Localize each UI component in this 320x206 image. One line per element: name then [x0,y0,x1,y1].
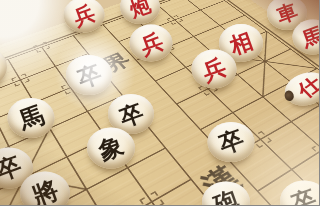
red-cannon-piece[interactable]: 炮 [120,0,160,24]
black-soldier-piece[interactable]: 卒 [280,181,319,206]
red-soldier-piece[interactable]: 兵 [64,0,105,33]
piece-character: 象 [96,133,127,164]
piece-character: 仕 [294,73,319,100]
black-general-piece[interactable]: 將 [20,172,70,206]
piece-character: 卒 [116,99,145,128]
red-horse-piece[interactable]: 馬 [293,20,320,55]
piece-character: 卒 [0,153,24,184]
black-soldier-piece[interactable]: 卒 [66,55,112,95]
piece-character: 兵 [137,29,165,57]
piece-character: 炮 [127,0,153,20]
red-advisor-piece[interactable]: 仕 [281,67,319,110]
piece-side-hole [283,90,295,103]
piece-character: 砲 [211,187,242,205]
black-partial-piece[interactable] [0,47,7,87]
piece-character: 馬 [16,103,47,134]
piece-character: 兵 [199,54,228,83]
red-soldier-piece[interactable]: 兵 [130,25,173,62]
piece-character: 將 [29,177,61,205]
xiangqi-photo-scene: 界 漢 炮兵車馬兵相兵仕卒馬卒象卒將卒砲卒 [0,0,319,205]
piece-character: 兵 [71,2,98,29]
piece-character: 馬 [300,24,319,51]
piece-character: 卒 [216,127,247,158]
piece-character: 卒 [289,186,319,205]
black-elephant-piece[interactable]: 象 [87,128,135,169]
piece-character: 相 [227,29,255,57]
pieces-layer: 炮兵車馬兵相兵仕卒馬卒象卒將卒砲卒 [0,0,319,205]
black-cannon-piece[interactable]: 砲 [202,182,250,206]
black-horse-piece[interactable]: 馬 [8,98,55,138]
piece-character: 車 [274,0,300,26]
piece-character: 卒 [74,60,103,89]
red-soldier-piece[interactable]: 兵 [192,50,237,89]
black-soldier-piece[interactable]: 卒 [208,122,255,162]
